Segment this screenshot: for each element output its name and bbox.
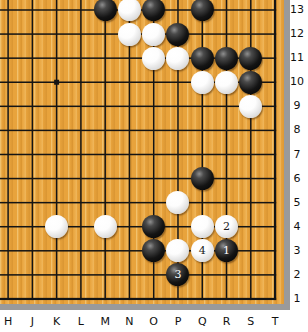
column-label-k: K bbox=[45, 314, 69, 330]
white-stone-m4[interactable] bbox=[94, 215, 117, 238]
row-label-8: 8 bbox=[288, 123, 306, 137]
black-stone-p2[interactable]: 3 bbox=[166, 263, 189, 286]
move-number-label: 3 bbox=[174, 269, 181, 280]
column-label-j: J bbox=[20, 314, 44, 330]
column-label-o: O bbox=[142, 314, 166, 330]
move-number-label: 4 bbox=[199, 245, 206, 256]
white-stone-n13[interactable] bbox=[118, 0, 141, 21]
black-stone-p12[interactable] bbox=[166, 23, 189, 46]
black-stone-q6[interactable] bbox=[191, 167, 214, 190]
white-stone-k4[interactable] bbox=[45, 215, 68, 238]
white-stone-q3[interactable]: 4 bbox=[191, 239, 214, 262]
black-stone-s11[interactable] bbox=[239, 47, 262, 70]
black-stone-m13[interactable] bbox=[94, 0, 117, 21]
black-stone-o3[interactable] bbox=[142, 239, 165, 262]
white-stone-p5[interactable] bbox=[166, 191, 189, 214]
black-stone-r3[interactable]: 1 bbox=[215, 239, 238, 262]
black-stone-r11[interactable] bbox=[215, 47, 238, 70]
white-stone-n12[interactable] bbox=[118, 23, 141, 46]
black-stone-s10[interactable] bbox=[239, 71, 262, 94]
white-stone-o12[interactable] bbox=[142, 23, 165, 46]
row-label-2: 2 bbox=[288, 268, 306, 282]
black-stone-q11[interactable] bbox=[191, 47, 214, 70]
row-label-1: 1 bbox=[288, 292, 306, 306]
white-stone-r4[interactable]: 2 bbox=[215, 215, 238, 238]
go-diagram: 1324 HJKLMNOPQRST 13121110987654321 bbox=[0, 0, 308, 332]
row-label-6: 6 bbox=[288, 172, 306, 186]
column-label-q: Q bbox=[190, 314, 214, 330]
row-label-4: 4 bbox=[288, 220, 306, 234]
white-stone-q4[interactable] bbox=[191, 215, 214, 238]
column-label-t: T bbox=[263, 314, 287, 330]
white-stone-s9[interactable] bbox=[239, 95, 262, 118]
white-stone-p3[interactable] bbox=[166, 239, 189, 262]
move-number-label: 1 bbox=[223, 245, 230, 256]
column-label-s: S bbox=[239, 314, 263, 330]
white-stone-o11[interactable] bbox=[142, 47, 165, 70]
column-label-n: N bbox=[117, 314, 141, 330]
row-label-10: 10 bbox=[288, 75, 306, 89]
column-label-h: H bbox=[0, 314, 20, 330]
row-label-3: 3 bbox=[288, 244, 306, 258]
row-label-13: 13 bbox=[288, 3, 306, 17]
column-label-p: P bbox=[166, 314, 190, 330]
white-stone-q10[interactable] bbox=[191, 71, 214, 94]
black-stone-o13[interactable] bbox=[142, 0, 165, 21]
black-stone-o4[interactable] bbox=[142, 215, 165, 238]
board-grid[interactable]: 1324 bbox=[0, 0, 287, 311]
black-stone-q13[interactable] bbox=[191, 0, 214, 21]
white-stone-r10[interactable] bbox=[215, 71, 238, 94]
column-label-m: M bbox=[93, 314, 117, 330]
move-number-label: 2 bbox=[223, 221, 230, 232]
row-label-9: 9 bbox=[288, 99, 306, 113]
row-label-5: 5 bbox=[288, 196, 306, 210]
row-label-7: 7 bbox=[288, 148, 306, 162]
row-label-11: 11 bbox=[288, 51, 306, 65]
row-label-12: 12 bbox=[288, 27, 306, 41]
column-label-r: R bbox=[215, 314, 239, 330]
white-stone-p11[interactable] bbox=[166, 47, 189, 70]
column-label-l: L bbox=[69, 314, 93, 330]
